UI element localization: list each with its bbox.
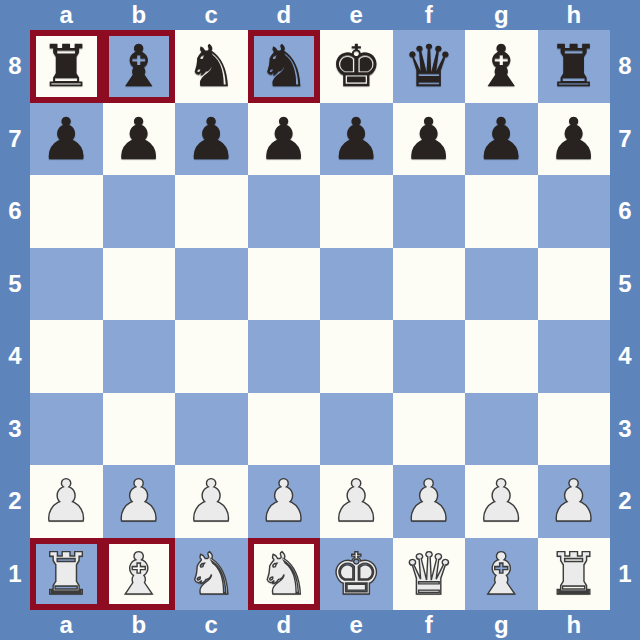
- file-label-top-c: c: [175, 0, 248, 30]
- square-d1[interactable]: ♞: [248, 538, 321, 611]
- white-pawn-piece: ♟: [103, 465, 176, 538]
- white-pawn-piece: ♟: [175, 465, 248, 538]
- rank-label-right-1: 1: [610, 538, 640, 611]
- square-c2[interactable]: ♟: [175, 465, 248, 538]
- white-pawn-piece: ♟: [538, 465, 611, 538]
- file-label-bottom-f: f: [393, 610, 466, 640]
- white-pawn-piece: ♟: [320, 465, 393, 538]
- rank-label-right-7: 7: [610, 103, 640, 176]
- white-pawn-piece: ♟: [30, 465, 103, 538]
- square-g6[interactable]: [465, 175, 538, 248]
- rank-label-right-2: 2: [610, 465, 640, 538]
- white-pawn-piece: ♟: [248, 465, 321, 538]
- square-e7[interactable]: ♟: [320, 103, 393, 176]
- black-bishop-piece: ♝: [103, 30, 176, 103]
- black-bishop-piece: ♝: [465, 30, 538, 103]
- rank-label-left-6: 6: [0, 175, 30, 248]
- file-label-bottom-c: c: [175, 610, 248, 640]
- file-label-top-h: h: [538, 0, 611, 30]
- file-label-bottom-g: g: [465, 610, 538, 640]
- square-h8[interactable]: ♜: [538, 30, 611, 103]
- white-pawn-piece: ♟: [465, 465, 538, 538]
- square-b3[interactable]: [103, 393, 176, 466]
- square-h4[interactable]: [538, 320, 611, 393]
- square-a5[interactable]: [30, 248, 103, 321]
- square-b5[interactable]: [103, 248, 176, 321]
- square-h7[interactable]: ♟: [538, 103, 611, 176]
- square-b4[interactable]: [103, 320, 176, 393]
- black-pawn-piece: ♟: [393, 103, 466, 176]
- square-e5[interactable]: [320, 248, 393, 321]
- square-c4[interactable]: [175, 320, 248, 393]
- black-pawn-piece: ♟: [175, 103, 248, 176]
- square-b1[interactable]: ♝: [103, 538, 176, 611]
- square-a6[interactable]: [30, 175, 103, 248]
- square-c5[interactable]: [175, 248, 248, 321]
- square-f2[interactable]: ♟: [393, 465, 466, 538]
- frame-corner-bottom-right: [610, 610, 640, 640]
- square-e3[interactable]: [320, 393, 393, 466]
- file-label-top-f: f: [393, 0, 466, 30]
- square-e4[interactable]: [320, 320, 393, 393]
- file-label-bottom-b: b: [103, 610, 176, 640]
- rank-label-left-7: 7: [0, 103, 30, 176]
- square-h6[interactable]: [538, 175, 611, 248]
- file-label-bottom-h: h: [538, 610, 611, 640]
- file-label-bottom-a: a: [30, 610, 103, 640]
- rank-label-right-5: 5: [610, 248, 640, 321]
- square-d4[interactable]: [248, 320, 321, 393]
- file-label-top-g: g: [465, 0, 538, 30]
- square-d6[interactable]: [248, 175, 321, 248]
- black-knight-piece: ♞: [248, 30, 321, 103]
- square-b6[interactable]: [103, 175, 176, 248]
- white-bishop-piece: ♝: [103, 538, 176, 611]
- square-h2[interactable]: ♟: [538, 465, 611, 538]
- square-c1[interactable]: ♞: [175, 538, 248, 611]
- file-label-top-d: d: [248, 0, 321, 30]
- square-d2[interactable]: ♟: [248, 465, 321, 538]
- square-b7[interactable]: ♟: [103, 103, 176, 176]
- white-rook-piece: ♜: [30, 538, 103, 611]
- square-f7[interactable]: ♟: [393, 103, 466, 176]
- square-d7[interactable]: ♟: [248, 103, 321, 176]
- black-pawn-piece: ♟: [465, 103, 538, 176]
- square-c7[interactable]: ♟: [175, 103, 248, 176]
- square-a2[interactable]: ♟: [30, 465, 103, 538]
- frame-corner-top-right: [610, 0, 640, 30]
- square-a1[interactable]: ♜: [30, 538, 103, 611]
- square-d8[interactable]: ♞: [248, 30, 321, 103]
- file-label-top-a: a: [30, 0, 103, 30]
- rank-label-left-8: 8: [0, 30, 30, 103]
- black-queen-piece: ♛: [393, 30, 466, 103]
- square-g5[interactable]: [465, 248, 538, 321]
- square-h5[interactable]: [538, 248, 611, 321]
- file-label-top-b: b: [103, 0, 176, 30]
- black-pawn-piece: ♟: [320, 103, 393, 176]
- square-f4[interactable]: [393, 320, 466, 393]
- file-label-bottom-d: d: [248, 610, 321, 640]
- white-knight-piece: ♞: [248, 538, 321, 611]
- square-f1[interactable]: ♛: [393, 538, 466, 611]
- black-pawn-piece: ♟: [103, 103, 176, 176]
- square-g1[interactable]: ♝: [465, 538, 538, 611]
- square-e8[interactable]: ♚: [320, 30, 393, 103]
- square-a4[interactable]: [30, 320, 103, 393]
- rank-label-right-6: 6: [610, 175, 640, 248]
- square-f8[interactable]: ♛: [393, 30, 466, 103]
- black-rook-piece: ♜: [30, 30, 103, 103]
- square-g2[interactable]: ♟: [465, 465, 538, 538]
- rank-label-left-1: 1: [0, 538, 30, 611]
- square-e2[interactable]: ♟: [320, 465, 393, 538]
- square-g7[interactable]: ♟: [465, 103, 538, 176]
- white-bishop-piece: ♝: [465, 538, 538, 611]
- rank-label-left-4: 4: [0, 320, 30, 393]
- frame-corner-top-left: [0, 0, 30, 30]
- square-h3[interactable]: [538, 393, 611, 466]
- white-queen-piece: ♛: [393, 538, 466, 611]
- frame-corner-bottom-left: [0, 610, 30, 640]
- square-b2[interactable]: ♟: [103, 465, 176, 538]
- square-g4[interactable]: [465, 320, 538, 393]
- black-rook-piece: ♜: [538, 30, 611, 103]
- white-rook-piece: ♜: [538, 538, 611, 611]
- black-pawn-piece: ♟: [30, 103, 103, 176]
- rank-label-right-8: 8: [610, 30, 640, 103]
- square-b8[interactable]: ♝: [103, 30, 176, 103]
- square-c8[interactable]: ♞: [175, 30, 248, 103]
- file-label-top-e: e: [320, 0, 393, 30]
- rank-label-right-3: 3: [610, 393, 640, 466]
- square-g3[interactable]: [465, 393, 538, 466]
- file-label-bottom-e: e: [320, 610, 393, 640]
- white-pawn-piece: ♟: [393, 465, 466, 538]
- rank-label-left-2: 2: [0, 465, 30, 538]
- black-pawn-piece: ♟: [248, 103, 321, 176]
- rank-label-left-5: 5: [0, 248, 30, 321]
- square-e6[interactable]: [320, 175, 393, 248]
- black-knight-piece: ♞: [175, 30, 248, 103]
- square-d5[interactable]: [248, 248, 321, 321]
- square-a7[interactable]: ♟: [30, 103, 103, 176]
- square-g8[interactable]: ♝: [465, 30, 538, 103]
- square-f6[interactable]: [393, 175, 466, 248]
- white-knight-piece: ♞: [175, 538, 248, 611]
- square-a8[interactable]: ♜: [30, 30, 103, 103]
- black-pawn-piece: ♟: [538, 103, 611, 176]
- square-c3[interactable]: [175, 393, 248, 466]
- square-f3[interactable]: [393, 393, 466, 466]
- square-h1[interactable]: ♜: [538, 538, 611, 611]
- square-f5[interactable]: [393, 248, 466, 321]
- black-king-piece: ♚: [320, 30, 393, 103]
- square-c6[interactable]: [175, 175, 248, 248]
- rank-label-left-3: 3: [0, 393, 30, 466]
- square-d3[interactable]: [248, 393, 321, 466]
- square-a3[interactable]: [30, 393, 103, 466]
- square-e1[interactable]: ♚: [320, 538, 393, 611]
- white-king-piece: ♚: [320, 538, 393, 611]
- chess-board: abcdefgh8♜♝♞♞♚♛♝♜87♟♟♟♟♟♟♟♟7665544332♟♟♟…: [0, 0, 640, 640]
- rank-label-right-4: 4: [610, 320, 640, 393]
